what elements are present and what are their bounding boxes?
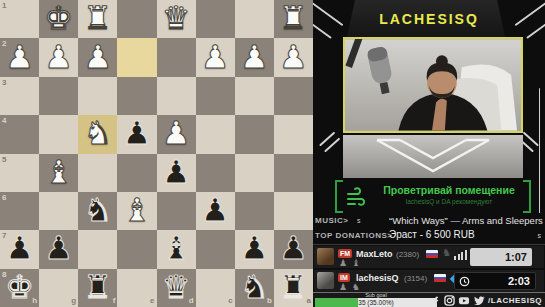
rank-label: 6 [2, 194, 6, 202]
white-pawn[interactable]: ♟ [240, 41, 269, 73]
square-f8[interactable]: f♜ [78, 269, 117, 307]
wind-icon [345, 185, 369, 209]
square-g1[interactable]: ♚ [39, 0, 78, 38]
square-c8[interactable]: c [196, 269, 235, 307]
music-row: MUSIC> s “Which Ways” — Arms and Sleeper… [313, 213, 545, 228]
square-f3[interactable] [78, 77, 117, 115]
chess-board[interactable]: 1♚♜♛♜2♟♟♟♟♟♟34♞♟♟5♝♟6♞♝♟7♟♟♝♟♟8h♚gf♜ed♛c… [0, 0, 313, 307]
player-name[interactable]: MaxLeto [356, 249, 393, 259]
player-rating: (3154) [404, 274, 427, 283]
square-g5[interactable]: ♝ [39, 154, 78, 192]
chevron-down-icon [343, 135, 523, 178]
square-e2[interactable] [117, 38, 156, 76]
square-e1[interactable] [117, 0, 156, 38]
square-g8[interactable]: g [39, 269, 78, 307]
square-c5[interactable] [196, 154, 235, 192]
square-e6[interactable]: ♝ [117, 192, 156, 230]
square-g3[interactable] [39, 77, 78, 115]
avatar [317, 272, 334, 289]
square-h3[interactable]: 3 [0, 77, 39, 115]
alert-subtitle: lachesisQ и DA рекомендуют [377, 198, 521, 205]
square-g6[interactable] [39, 192, 78, 230]
rank-label: 2 [2, 40, 6, 48]
black-king[interactable]: ♚ [5, 271, 34, 303]
square-c6[interactable]: ♟ [196, 192, 235, 230]
rank-label: 4 [2, 117, 6, 125]
square-d5[interactable]: ♟ [157, 154, 196, 192]
square-b2[interactable]: ♟ [235, 38, 274, 76]
square-a2[interactable]: ♟ [274, 38, 313, 76]
square-h7[interactable]: 7♟ [0, 230, 39, 268]
black-rook[interactable]: ♜ [279, 271, 308, 303]
streamer-webcam-video [345, 39, 521, 131]
player-clock: 1:07 [470, 248, 532, 266]
music-label: MUSIC> [315, 216, 348, 225]
player-rating: (2380) [396, 250, 419, 259]
square-c7[interactable] [196, 230, 235, 268]
white-bishop[interactable]: ♝ [44, 156, 73, 188]
rank-label: 3 [2, 79, 6, 87]
file-label: a [307, 297, 311, 305]
player-clock-active: 2:03 [454, 272, 536, 290]
square-g7[interactable]: ♟ [39, 230, 78, 268]
square-g2[interactable]: ♟ [39, 38, 78, 76]
square-h5[interactable]: 5 [0, 154, 39, 192]
black-pawn[interactable]: ♟ [44, 232, 73, 264]
square-b8[interactable]: b♞ [235, 269, 274, 307]
stream-screen: 1♚♜♛♜2♟♟♟♟♟♟34♞♟♟5♝♟6♞♝♟7♟♟♝♟♟8h♚gf♜ed♛c… [0, 0, 545, 307]
square-c3[interactable] [196, 77, 235, 115]
square-f2[interactable]: ♟ [78, 38, 117, 76]
square-f5[interactable] [78, 154, 117, 192]
square-d2[interactable] [157, 38, 196, 76]
black-rook[interactable]: ♜ [83, 271, 112, 303]
alert-box: Проветривай помещение lachesisQ и DA рек… [335, 180, 531, 213]
white-rook[interactable]: ♜ [83, 2, 112, 34]
channel-logo: LACHESISQ [313, 0, 545, 37]
webcam-frame [343, 37, 523, 133]
instagram-icon[interactable] [444, 295, 455, 306]
square-a4[interactable] [274, 115, 313, 153]
file-label: g [71, 297, 76, 305]
social-links: /LACHESISQ [432, 295, 542, 306]
square-e7[interactable] [117, 230, 156, 268]
white-rook[interactable]: ♜ [279, 2, 308, 34]
black-pawn[interactable]: ♟ [279, 232, 308, 264]
square-b7[interactable]: ♟ [235, 230, 274, 268]
square-d3[interactable] [157, 77, 196, 115]
black-pawn[interactable]: ♟ [123, 117, 152, 149]
square-f6[interactable]: ♞ [78, 192, 117, 230]
stream-panel: LACHESISQ [313, 0, 545, 307]
square-a8[interactable]: a♜ [274, 269, 313, 307]
white-pawn[interactable]: ♟ [5, 41, 34, 73]
square-b4[interactable] [235, 115, 274, 153]
black-knight[interactable]: ♞ [240, 271, 269, 303]
avatar [317, 248, 334, 265]
square-b1[interactable] [235, 0, 274, 38]
white-pawn[interactable]: ♟ [83, 41, 112, 73]
square-d8[interactable]: d♛ [157, 269, 196, 307]
white-king[interactable]: ♚ [44, 2, 73, 34]
square-h2[interactable]: 2♟ [0, 38, 39, 76]
square-c4[interactable] [196, 115, 235, 153]
player-name[interactable]: lachesisQ [356, 273, 399, 283]
square-d1[interactable]: ♛ [157, 0, 196, 38]
white-pawn[interactable]: ♟ [44, 41, 73, 73]
youtube-icon[interactable] [458, 295, 470, 306]
player-row-bottom[interactable]: IM lachesisQ (3154) ♟ ♞ 2:03 [314, 270, 544, 292]
square-g4[interactable] [39, 115, 78, 153]
black-bishop[interactable]: ♝ [162, 232, 191, 264]
rank-label: 7 [2, 232, 6, 240]
black-knight[interactable]: ♞ [83, 194, 112, 226]
square-b6[interactable] [235, 192, 274, 230]
square-b5[interactable] [235, 154, 274, 192]
square-d4[interactable]: ♟ [157, 115, 196, 153]
twitter-icon[interactable] [473, 295, 485, 306]
white-knight[interactable]: ♞ [83, 117, 112, 149]
square-e3[interactable] [117, 77, 156, 115]
rank-label: 1 [2, 2, 6, 10]
captured-pieces: ♟ ♞ [339, 283, 361, 292]
black-pawn[interactable]: ♟ [240, 232, 269, 264]
square-d6[interactable] [157, 192, 196, 230]
rank-label: 8 [2, 271, 6, 279]
donation-entry: Эраст - 6 500 RUB [389, 229, 475, 240]
white-bishop[interactable]: ♝ [123, 194, 152, 226]
arrow-banner [343, 135, 523, 178]
square-e5[interactable] [117, 154, 156, 192]
square-a1[interactable]: ♜ [274, 0, 313, 38]
square-e8[interactable]: e [117, 269, 156, 307]
black-pawn[interactable]: ♟ [162, 156, 191, 188]
black-pawn[interactable]: ♟ [5, 232, 34, 264]
square-b3[interactable] [235, 77, 274, 115]
subgoal-widget: Sub goal 35 (35.00%) [315, 293, 437, 307]
white-pawn[interactable]: ♟ [201, 41, 230, 73]
facebook-icon[interactable] [432, 295, 441, 306]
decor-line-vertical [539, 88, 541, 213]
white-queen[interactable]: ♛ [162, 2, 191, 34]
social-handle[interactable]: /LACHESISQ [488, 296, 542, 305]
black-queen[interactable]: ♛ [162, 271, 191, 303]
bottom-bar: Sub goal 35 (35.00%) [313, 292, 545, 307]
square-a7[interactable]: ♟ [274, 230, 313, 268]
donations-label: TOP DONATIONS> [315, 231, 392, 240]
square-h4[interactable]: 4 [0, 115, 39, 153]
donation-ticker-fragment: s [538, 232, 542, 239]
square-h1[interactable]: 1 [0, 0, 39, 38]
subgoal-progress-text: 35 (35.00%) [315, 298, 437, 307]
players-panel: FM MaxLeto (2380) ♞ ♟ ♝ 1:07 IM lachesis… [313, 244, 545, 291]
music-track: “Which Ways” — Arms and Sleepers [389, 215, 545, 226]
title-badge: FM [338, 249, 352, 258]
file-label: d [189, 297, 194, 305]
square-f1[interactable]: ♜ [78, 0, 117, 38]
donations-row: TOP DONATIONS> Эраст - 6 500 RUB s [313, 228, 545, 243]
player-row-top[interactable]: FM MaxLeto (2380) ♞ ♟ ♝ 1:07 [314, 246, 544, 268]
square-e4[interactable]: ♟ [117, 115, 156, 153]
russia-flag-icon [426, 250, 438, 258]
clock-icon [459, 276, 470, 287]
square-d7[interactable]: ♝ [157, 230, 196, 268]
square-c1[interactable] [196, 0, 235, 38]
connection-bars-icon [454, 250, 467, 260]
knight-icon: ♞ [442, 248, 451, 258]
clock-time: 2:03 [508, 275, 530, 287]
square-a3[interactable] [274, 77, 313, 115]
square-f7[interactable] [78, 230, 117, 268]
alert-title: Проветривай помещение [377, 184, 521, 196]
title-badge: IM [338, 273, 350, 282]
square-a5[interactable] [274, 154, 313, 192]
square-h8[interactable]: 8h♚ [0, 269, 39, 307]
subgoal-progress-bar: 35 (35.00%) [315, 298, 437, 307]
captured-pieces: ♟ ♝ [339, 259, 361, 268]
file-label: b [267, 297, 272, 305]
rank-label: 5 [2, 156, 6, 164]
square-f4[interactable]: ♞ [78, 115, 117, 153]
bracket-left [335, 180, 343, 213]
file-label: c [228, 297, 232, 305]
music-ticker-fragment: s [357, 217, 361, 224]
square-a6[interactable] [274, 192, 313, 230]
file-label: h [32, 297, 37, 305]
black-pawn[interactable]: ♟ [201, 194, 230, 226]
bracket-right [523, 180, 531, 213]
square-c2[interactable]: ♟ [196, 38, 235, 76]
white-pawn[interactable]: ♟ [279, 41, 308, 73]
russia-flag-icon [434, 274, 446, 282]
square-h6[interactable]: 6 [0, 192, 39, 230]
file-label: e [150, 297, 154, 305]
white-pawn[interactable]: ♟ [162, 117, 191, 149]
file-label: f [113, 297, 116, 305]
